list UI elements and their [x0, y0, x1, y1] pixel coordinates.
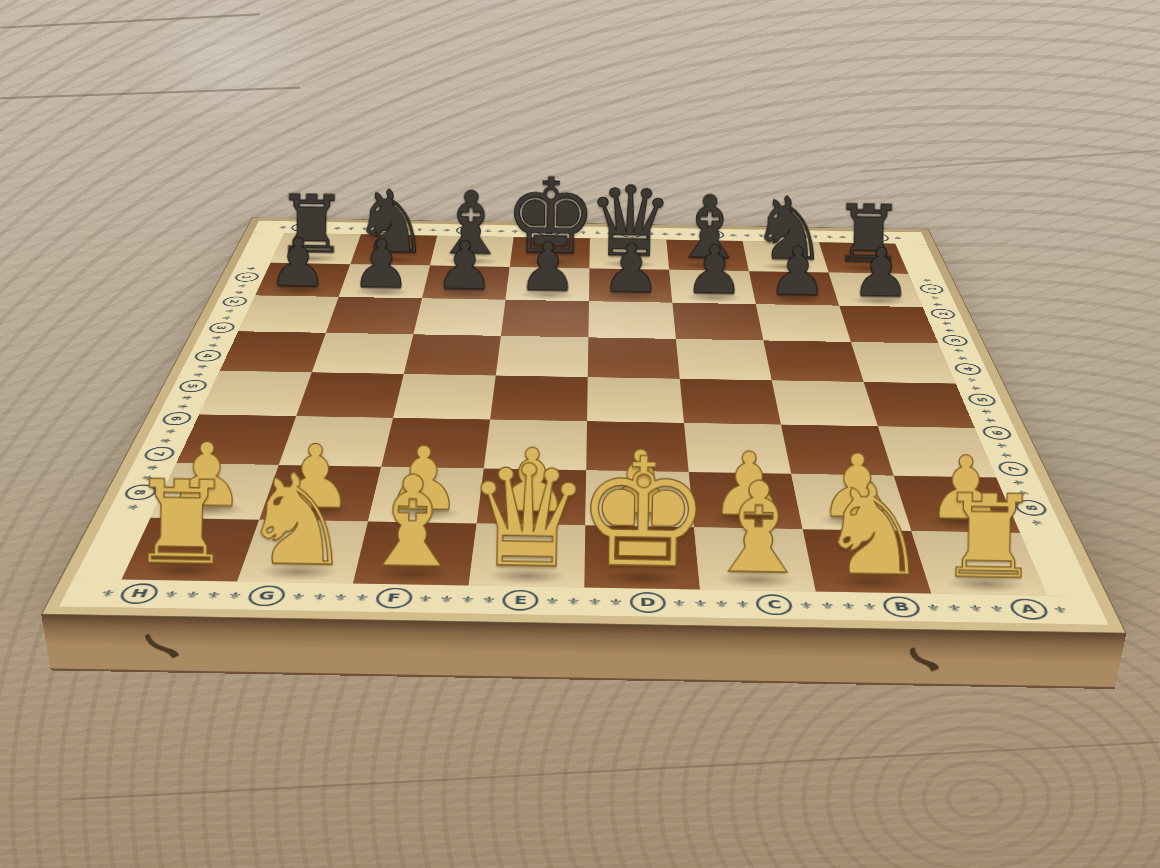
piece-dark-pawn-h2[interactable]: ♟ — [268, 231, 329, 296]
fleur-de-lis-icon: ⚜ — [735, 599, 751, 609]
piece-dark-pawn-c2[interactable]: ♟ — [684, 238, 745, 303]
square-a8[interactable]: ♜ — [911, 531, 1047, 596]
file-label-C: C — [755, 594, 794, 615]
rank-label-5: 5 — [966, 393, 998, 406]
square-a2[interactable]: ♟ — [829, 273, 923, 308]
board-grid: ♜♞♝♚♛♝♞♜♟♟♟♟♟♟♟♟♟♟♟♟♟♟♟♟♜♞♝♛♚♝♞♜ — [122, 233, 1048, 596]
rank-label-1: 1 — [233, 272, 261, 282]
square-c4[interactable] — [676, 339, 772, 380]
piece-light-knight-b8[interactable]: ♞ — [817, 470, 932, 591]
fleur-de-lis-icon: ⚜ — [417, 594, 433, 604]
piece-light-bishop-f8[interactable]: ♝ — [355, 461, 470, 582]
fleur-de-lis-icon: ⚜ — [932, 302, 946, 307]
square-d3[interactable] — [588, 301, 676, 339]
square-g3[interactable] — [326, 297, 422, 334]
metal-clasp-right — [904, 646, 952, 674]
fleur-de-lis-icon: ⚜ — [223, 308, 237, 313]
square-g8[interactable]: ♞ — [237, 520, 368, 584]
fleur-de-lis-icon: ⚜ — [236, 283, 250, 287]
square-a5[interactable] — [864, 382, 975, 428]
piece-dark-pawn-a2[interactable]: ♟ — [850, 241, 911, 306]
square-h4[interactable] — [220, 331, 326, 372]
square-c5[interactable] — [680, 379, 781, 425]
fleur-de-lis-icon: ⚜ — [162, 589, 181, 599]
square-a3[interactable] — [839, 306, 938, 344]
square-h5[interactable] — [199, 371, 312, 416]
fleur-de-lis-icon: ⚜ — [967, 603, 985, 613]
fleur-de-lis-icon: ⚜ — [943, 328, 957, 333]
chessboard: ✣ ✣ ✣ ✣ ⚜H⚜⚜⚜⚜G⚜⚜⚜⚜F⚜⚜⚜⚜E⚜⚜⚜⚜D⚜⚜⚜⚜C⚜⚜⚜⚜B… — [41, 217, 1127, 633]
piece-dark-pawn-d2[interactable]: ♟ — [601, 236, 662, 301]
file-label-B: B — [881, 596, 923, 617]
fleur-de-lis-icon: ⚜ — [940, 321, 954, 326]
square-e5[interactable] — [490, 376, 588, 422]
fleur-de-lis-icon: ⚜ — [220, 315, 234, 320]
fleur-de-lis-icon: ⚜ — [956, 356, 971, 361]
metal-clasp-left — [141, 632, 188, 660]
rank-label-4: 4 — [953, 363, 984, 375]
rank-label-2: 2 — [929, 309, 957, 319]
fleur-de-lis-icon: ⚜ — [693, 598, 709, 608]
piece-light-rook-h8[interactable]: ♜ — [129, 467, 234, 578]
fleur-de-lis-icon: ⚜ — [798, 600, 815, 610]
square-d8[interactable]: ♚ — [584, 525, 700, 589]
square-b2[interactable]: ♟ — [749, 271, 839, 305]
fleur-de-lis-icon: ⚜ — [438, 594, 454, 604]
fleur-de-lis-icon: ⚜ — [714, 599, 730, 609]
fleur-de-lis-icon: ⚜ — [233, 290, 247, 294]
fleur-de-lis-icon: ⚜ — [945, 603, 963, 613]
file-label-A: A — [1007, 598, 1051, 619]
square-e4[interactable] — [496, 336, 589, 377]
square-g4[interactable] — [312, 333, 414, 374]
piece-light-king-d8[interactable]: ♚ — [575, 441, 712, 586]
square-f3[interactable] — [413, 298, 505, 335]
square-d5[interactable] — [587, 377, 684, 423]
square-c3[interactable] — [672, 303, 763, 341]
file-label-G: G — [245, 585, 287, 606]
piece-dark-pawn-g2[interactable]: ♟ — [351, 232, 412, 297]
fleur-de-lis-icon: ⚜ — [191, 372, 207, 378]
rank-label-1: 1 — [918, 284, 945, 294]
fleur-de-lis-icon: ⚜ — [929, 295, 943, 299]
fleur-de-lis-icon: ⚜ — [566, 596, 581, 606]
square-h3[interactable] — [238, 295, 338, 332]
fleur-de-lis-icon: ⚜ — [195, 364, 211, 369]
square-f5[interactable] — [393, 374, 496, 420]
fleur-de-lis-icon: ⚜ — [179, 394, 195, 400]
fleur-de-lis-icon: ⚜ — [840, 601, 857, 611]
file-label-H: H — [117, 583, 162, 604]
fleur-de-lis-icon: ⚜ — [206, 342, 221, 347]
fleur-de-lis-icon: ⚜ — [545, 596, 560, 606]
fleur-de-lis-icon: ⚜ — [210, 335, 225, 340]
square-e3[interactable] — [501, 300, 589, 338]
fleur-de-lis-icon: ⚜ — [205, 590, 223, 600]
rank-label-5: 5 — [177, 379, 210, 392]
fleur-de-lis-icon: ⚜ — [353, 593, 370, 603]
fleur-de-lis-icon: ⚜ — [460, 594, 476, 604]
fleur-de-lis-icon: ⚜ — [183, 590, 202, 600]
piece-dark-pawn-b2[interactable]: ♟ — [767, 239, 828, 304]
fleur-de-lis-icon: ⚜ — [965, 377, 980, 383]
rank-label-3: 3 — [207, 322, 237, 333]
fleur-de-lis-icon: ⚜ — [819, 601, 836, 611]
scene: ✣ ✣ ✣ ✣ ⚜H⚜⚜⚜⚜G⚜⚜⚜⚜F⚜⚜⚜⚜E⚜⚜⚜⚜D⚜⚜⚜⚜C⚜⚜⚜⚜B… — [0, 0, 1160, 868]
fleur-de-lis-icon: ⚜ — [245, 266, 258, 270]
fleur-de-lis-icon: ⚜ — [969, 385, 985, 391]
piece-light-bishop-c8[interactable]: ♝ — [701, 468, 816, 589]
rank-label-2: 2 — [221, 296, 250, 306]
fleur-de-lis-icon: ⚜ — [289, 591, 307, 601]
square-d4[interactable] — [588, 337, 680, 378]
fleur-de-lis-icon: ⚜ — [226, 590, 244, 600]
square-b3[interactable] — [756, 304, 851, 342]
piece-dark-pawn-f2[interactable]: ♟ — [434, 233, 495, 298]
square-b8[interactable]: ♞ — [803, 529, 932, 593]
file-label-D: D — [629, 592, 666, 613]
square-b5[interactable] — [772, 380, 878, 426]
fleur-de-lis-icon: ⚜ — [1051, 605, 1070, 615]
fleur-de-lis-icon: ⚜ — [608, 597, 623, 607]
square-a4[interactable] — [851, 342, 956, 384]
square-c8[interactable]: ♝ — [694, 527, 816, 591]
rank-label-3: 3 — [940, 335, 969, 346]
square-f8[interactable]: ♝ — [353, 522, 477, 586]
square-h2[interactable]: ♟ — [255, 263, 350, 297]
fleur-de-lis-icon: ⚜ — [952, 348, 967, 353]
square-b4[interactable] — [763, 340, 863, 382]
fleur-de-lis-icon: ⚜ — [175, 403, 191, 409]
piece-dark-pawn-e2[interactable]: ♟ — [517, 235, 578, 300]
fleur-de-lis-icon: ⚜ — [924, 602, 942, 612]
fleur-de-lis-icon: ⚜ — [983, 417, 999, 423]
square-f2[interactable]: ♟ — [422, 266, 510, 300]
rank-label-4: 4 — [192, 350, 223, 362]
fleur-de-lis-icon: ⚜ — [332, 592, 349, 602]
square-f4[interactable] — [404, 334, 501, 375]
file-label-F: F — [374, 587, 414, 608]
fleur-de-lis-icon: ⚜ — [861, 601, 878, 611]
piece-light-queen-e8[interactable]: ♛ — [464, 449, 592, 585]
camera-lean: ✣ ✣ ✣ ✣ ⚜H⚜⚜⚜⚜G⚜⚜⚜⚜F⚜⚜⚜⚜E⚜⚜⚜⚜D⚜⚜⚜⚜C⚜⚜⚜⚜B… — [0, 0, 1160, 868]
square-d2[interactable]: ♟ — [589, 268, 672, 302]
fleur-de-lis-icon: ⚜ — [98, 588, 117, 598]
square-h8[interactable]: ♜ — [122, 518, 260, 582]
piece-light-rook-a8[interactable]: ♜ — [936, 481, 1041, 592]
fleur-de-lis-icon: ⚜ — [921, 278, 934, 282]
fleur-de-lis-icon: ⚜ — [481, 595, 497, 605]
fleur-de-lis-icon: ⚜ — [311, 592, 328, 602]
square-c2[interactable]: ♟ — [669, 270, 756, 304]
square-e2[interactable]: ♟ — [506, 267, 590, 301]
fleur-de-lis-icon: ⚜ — [988, 604, 1007, 614]
square-g5[interactable] — [296, 372, 404, 418]
scene-3d: ✣ ✣ ✣ ✣ ⚜H⚜⚜⚜⚜G⚜⚜⚜⚜F⚜⚜⚜⚜E⚜⚜⚜⚜D⚜⚜⚜⚜C⚜⚜⚜⚜B… — [0, 0, 1160, 868]
fleur-de-lis-icon: ⚜ — [979, 408, 995, 414]
board-front-edge — [41, 614, 1126, 689]
fleur-de-lis-icon: ⚜ — [587, 597, 602, 607]
file-label-E: E — [502, 590, 539, 611]
fleur-de-lis-icon: ⚜ — [671, 598, 687, 608]
square-g2[interactable]: ♟ — [339, 264, 430, 298]
piece-light-knight-g8[interactable]: ♞ — [240, 459, 355, 580]
square-e8[interactable]: ♛ — [469, 523, 586, 587]
